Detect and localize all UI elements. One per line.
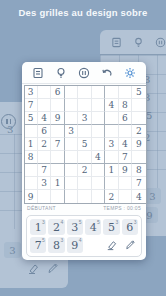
cell-r2c1[interactable]: 7 <box>25 99 38 112</box>
numpad-key-4[interactable]: 45 <box>85 219 101 235</box>
cell-r2c6[interactable] <box>92 99 105 112</box>
cell-r8c4[interactable] <box>65 177 78 190</box>
cell-r1c6[interactable] <box>92 86 105 99</box>
hint-icon[interactable] <box>54 66 68 80</box>
digit-count: 3 <box>115 219 118 225</box>
cell-r1c3[interactable]: 6 <box>51 86 64 99</box>
cell-r6c4[interactable] <box>65 151 78 164</box>
cell-r8c3[interactable]: 1 <box>51 177 64 190</box>
cell-r3c2[interactable]: 4 <box>38 112 51 125</box>
timer-label: TEMPS : 00:05 <box>103 205 141 211</box>
app-toolbar <box>22 62 146 84</box>
numpad: 132435455363758394 <box>26 215 142 257</box>
cell-r6c5[interactable] <box>78 151 91 164</box>
cell-r7c6[interactable] <box>92 164 105 177</box>
cell-r9c8[interactable] <box>119 190 132 203</box>
pencil-button[interactable] <box>122 237 138 253</box>
pencil-icon <box>46 262 59 275</box>
faded-toolbar <box>100 30 166 55</box>
cell-r2c9[interactable] <box>132 99 145 112</box>
cell-r8c2[interactable]: 3 <box>38 177 51 190</box>
cell-r8c7[interactable] <box>105 177 118 190</box>
numpad-key-6[interactable]: 63 <box>122 219 138 235</box>
undo-icon[interactable] <box>100 66 114 80</box>
settings-icon[interactable] <box>123 66 137 80</box>
cell-r7c3[interactable] <box>51 164 64 177</box>
pause-icon <box>155 37 166 48</box>
cell-r8c9[interactable]: 7 <box>132 177 145 190</box>
cell-r5c1[interactable]: 1 <box>25 138 38 151</box>
cell-r9c5[interactable] <box>78 190 91 203</box>
cell-r7c8[interactable]: 9 <box>119 164 132 177</box>
digit-count: 4 <box>79 237 82 243</box>
cell-r9c6[interactable] <box>92 190 105 203</box>
cell-r6c8[interactable]: 7 <box>119 151 132 164</box>
cell-r3c9[interactable] <box>132 112 145 125</box>
cell-r6c6[interactable]: 4 <box>92 151 105 164</box>
cell-r6c1[interactable]: 8 <box>25 151 38 164</box>
feature-graphic: Des grilles au design sobre 335239 334 <box>0 0 166 296</box>
cell-r9c2[interactable] <box>38 190 51 203</box>
numpad-key-3[interactable]: 35 <box>67 219 83 235</box>
sudoku-app-card: 36574854936632127534984772198317924 DÉBU… <box>22 62 146 260</box>
cell-r1c9[interactable]: 5 <box>132 86 145 99</box>
cell-r3c3[interactable]: 9 <box>51 112 64 125</box>
cell-r2c2[interactable] <box>38 99 51 112</box>
faded-grid-number: 3 <box>7 124 13 135</box>
cell-r1c8[interactable] <box>119 86 132 99</box>
digit-count: 3 <box>134 219 137 225</box>
cell-r4c5[interactable] <box>78 125 91 138</box>
cell-r2c3[interactable] <box>51 99 64 112</box>
digit-count: 4 <box>60 219 63 225</box>
cell-r9c7[interactable]: 2 <box>105 190 118 203</box>
pause-icon[interactable] <box>77 66 91 80</box>
numpad-key-5[interactable]: 53 <box>103 219 119 235</box>
cell-r9c3[interactable] <box>51 190 64 203</box>
cell-r6c3[interactable] <box>51 151 64 164</box>
cell-r7c1[interactable] <box>25 164 38 177</box>
digit-count: 3 <box>60 237 63 243</box>
cell-r8c5[interactable] <box>78 177 91 190</box>
cell-r3c7[interactable] <box>105 112 118 125</box>
status-bar: DÉBUTANT TEMPS : 00:05 <box>27 205 141 211</box>
digit-count: 5 <box>42 237 45 243</box>
cell-r7c5[interactable]: 2 <box>78 164 91 177</box>
cell-r7c9[interactable]: 8 <box>132 164 145 177</box>
cell-r4c6[interactable] <box>92 125 105 138</box>
cell-r8c6[interactable] <box>92 177 105 190</box>
digit-count: 5 <box>97 219 100 225</box>
cell-r2c4[interactable] <box>65 99 78 112</box>
cell-r8c8[interactable] <box>119 177 132 190</box>
cell-r6c9[interactable] <box>132 151 145 164</box>
notes-icon[interactable] <box>31 66 45 80</box>
numpad-key-9[interactable]: 94 <box>67 237 83 253</box>
cell-r7c4[interactable] <box>65 164 78 177</box>
numpad-key-7[interactable]: 75 <box>30 237 46 253</box>
cell-r2c7[interactable]: 4 <box>105 99 118 112</box>
cell-r1c7[interactable] <box>105 86 118 99</box>
hint-icon <box>133 37 144 48</box>
faded-numpad-key: 3 <box>4 242 21 258</box>
cell-r5c8[interactable]: 4 <box>119 138 132 151</box>
headline: Des grilles au design sobre <box>0 7 166 18</box>
cell-r4c3[interactable] <box>51 125 64 138</box>
cell-r7c7[interactable]: 1 <box>105 164 118 177</box>
numpad-key-8[interactable]: 83 <box>48 237 64 253</box>
difficulty-label: DÉBUTANT <box>27 205 56 211</box>
cell-r1c5[interactable] <box>78 86 91 99</box>
cell-r3c5[interactable]: 3 <box>78 112 91 125</box>
eraser-icon <box>26 262 39 275</box>
digit-count: 3 <box>42 219 45 225</box>
cell-r5c5[interactable]: 5 <box>78 138 91 151</box>
numpad-key-2[interactable]: 24 <box>48 219 64 235</box>
cell-r5c2[interactable]: 2 <box>38 138 51 151</box>
cell-r1c1[interactable]: 3 <box>25 86 38 99</box>
faded-numpad-key: 3 <box>144 188 161 204</box>
cell-r4c1[interactable] <box>25 125 38 138</box>
cell-r9c4[interactable] <box>65 190 78 203</box>
sudoku-grid: 36574854936632127534984772198317924 <box>24 85 147 204</box>
digit-count: 5 <box>79 219 82 225</box>
cell-r1c4[interactable] <box>65 86 78 99</box>
cell-r4c9[interactable]: 2 <box>132 125 145 138</box>
cell-r3c4[interactable] <box>65 112 78 125</box>
cell-r7c2[interactable]: 7 <box>38 164 51 177</box>
cell-r6c2[interactable] <box>38 151 51 164</box>
numpad-key-1[interactable]: 13 <box>30 219 46 235</box>
cell-r4c8[interactable] <box>119 125 132 138</box>
faded-grid-number: 5 <box>146 110 152 121</box>
cell-r3c1[interactable]: 5 <box>25 112 38 125</box>
eraser-button[interactable] <box>103 237 119 253</box>
cell-r4c7[interactable] <box>105 125 118 138</box>
cell-r5c7[interactable]: 3 <box>105 138 118 151</box>
notes-icon <box>111 37 122 48</box>
cell-r5c9[interactable]: 9 <box>132 138 145 151</box>
cell-r9c1[interactable]: 9 <box>25 190 38 203</box>
cell-r3c8[interactable]: 6 <box>119 112 132 125</box>
cell-r6c7[interactable] <box>105 151 118 164</box>
cell-r3c6[interactable] <box>92 112 105 125</box>
cell-r2c5[interactable] <box>78 99 91 112</box>
cell-r5c4[interactable] <box>65 138 78 151</box>
cell-r9c9[interactable]: 4 <box>132 190 145 203</box>
numpad-spacer <box>85 237 101 253</box>
cell-r2c8[interactable]: 8 <box>119 99 132 112</box>
cell-r8c1[interactable] <box>25 177 38 190</box>
cell-r4c2[interactable]: 6 <box>38 125 51 138</box>
cell-r1c2[interactable] <box>38 86 51 99</box>
cell-r5c6[interactable] <box>92 138 105 151</box>
cell-r4c4[interactable]: 3 <box>65 125 78 138</box>
cell-r5c3[interactable]: 7 <box>51 138 64 151</box>
